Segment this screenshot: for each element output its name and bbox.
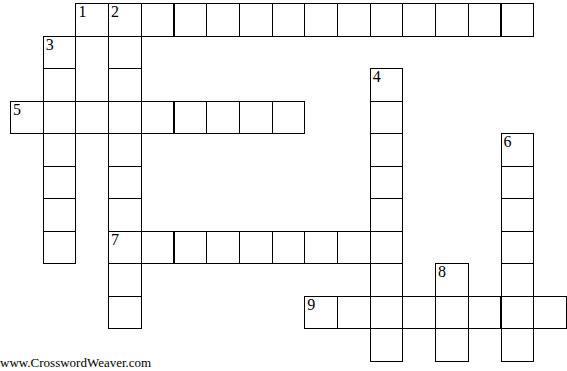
cell-r4c11[interactable] <box>370 133 404 167</box>
cell-r7c10[interactable] <box>337 231 371 265</box>
cell-r10c13[interactable] <box>435 328 469 362</box>
cell-r2c11[interactable]: 4 <box>370 68 404 102</box>
cell-r10c15[interactable] <box>501 328 535 362</box>
cell-r7c9[interactable] <box>304 231 338 265</box>
cell-r4c15[interactable]: 6 <box>501 133 535 167</box>
cell-r0c12[interactable] <box>402 3 436 37</box>
cell-r9c16[interactable] <box>533 296 567 330</box>
clue-number-9: 9 <box>307 296 315 314</box>
cell-r6c15[interactable] <box>501 198 535 232</box>
cell-r9c14[interactable] <box>468 296 502 330</box>
cell-r0c4[interactable] <box>141 3 175 37</box>
cell-r7c7[interactable] <box>239 231 273 265</box>
clue-number-1: 1 <box>78 3 86 21</box>
cell-r0c8[interactable] <box>272 3 306 37</box>
site-credit-text: www.CrosswordWeaver.com <box>0 355 151 371</box>
cell-r7c11[interactable] <box>370 231 404 265</box>
clue-number-2: 2 <box>111 3 119 21</box>
cell-r5c3[interactable] <box>108 166 142 200</box>
cell-r0c7[interactable] <box>239 3 273 37</box>
cell-r0c10[interactable] <box>337 3 371 37</box>
cell-r9c11[interactable] <box>370 296 404 330</box>
clue-number-7: 7 <box>111 231 119 249</box>
cell-r1c1[interactable]: 3 <box>43 36 77 70</box>
clue-number-8: 8 <box>438 263 446 281</box>
crossword-board: 123456789 <box>0 0 567 371</box>
cell-r7c8[interactable] <box>272 231 306 265</box>
cell-r5c15[interactable] <box>501 166 535 200</box>
clue-number-5: 5 <box>13 101 21 119</box>
cell-r0c9[interactable] <box>304 3 338 37</box>
cell-r7c4[interactable] <box>141 231 175 265</box>
cell-r3c6[interactable] <box>206 101 240 135</box>
cell-r9c10[interactable] <box>337 296 371 330</box>
cell-r0c2[interactable]: 1 <box>75 3 109 37</box>
cell-r0c11[interactable] <box>370 3 404 37</box>
clue-number-3: 3 <box>46 36 54 54</box>
cell-r8c13[interactable]: 8 <box>435 263 469 297</box>
cell-r3c1[interactable] <box>43 101 77 135</box>
crossword-page: 123456789 www.CrosswordWeaver.com <box>0 0 567 371</box>
cell-r9c12[interactable] <box>402 296 436 330</box>
cell-r10c11[interactable] <box>370 328 404 362</box>
cell-r0c13[interactable] <box>435 3 469 37</box>
clue-number-6: 6 <box>504 133 512 151</box>
cell-r3c3[interactable] <box>108 101 142 135</box>
cell-r3c5[interactable] <box>174 101 208 135</box>
cell-r0c5[interactable] <box>174 3 208 37</box>
cell-r5c1[interactable] <box>43 166 77 200</box>
cell-r9c13[interactable] <box>435 296 469 330</box>
cell-r8c15[interactable] <box>501 263 535 297</box>
cell-r9c3[interactable] <box>108 296 142 330</box>
cell-r6c11[interactable] <box>370 198 404 232</box>
cell-r1c3[interactable] <box>108 36 142 70</box>
cell-r2c1[interactable] <box>43 68 77 102</box>
cell-r0c15[interactable] <box>501 3 535 37</box>
cell-r0c6[interactable] <box>206 3 240 37</box>
cell-r1c2[interactable] <box>75 36 109 102</box>
cell-r3c8[interactable] <box>272 101 306 135</box>
cell-r7c15[interactable] <box>501 231 535 265</box>
cell-r7c1[interactable] <box>43 231 77 265</box>
cell-r9c9[interactable]: 9 <box>304 296 338 330</box>
cell-r7c5[interactable] <box>174 231 208 265</box>
cell-r3c7[interactable] <box>239 101 273 135</box>
cell-r0c3[interactable]: 2 <box>108 3 142 37</box>
cell-r8c3[interactable] <box>108 263 142 297</box>
cell-r3c2[interactable] <box>75 101 109 135</box>
cell-r9c15[interactable] <box>501 296 535 330</box>
cell-r3c4[interactable] <box>141 101 175 135</box>
clue-number-4: 4 <box>373 68 381 86</box>
cell-r3c0[interactable]: 5 <box>10 101 44 135</box>
cell-r2c3[interactable] <box>108 68 142 102</box>
cell-r3c11[interactable] <box>370 101 404 135</box>
cell-r4c1[interactable] <box>43 133 77 167</box>
cell-r8c11[interactable] <box>370 263 404 297</box>
cell-r7c3[interactable]: 7 <box>108 231 142 265</box>
cell-r4c3[interactable] <box>108 133 142 167</box>
cell-r7c6[interactable] <box>206 231 240 265</box>
cell-r6c3[interactable] <box>108 198 142 232</box>
cell-r0c14[interactable] <box>468 3 502 37</box>
cell-r5c11[interactable] <box>370 166 404 200</box>
cell-r6c1[interactable] <box>43 198 77 232</box>
